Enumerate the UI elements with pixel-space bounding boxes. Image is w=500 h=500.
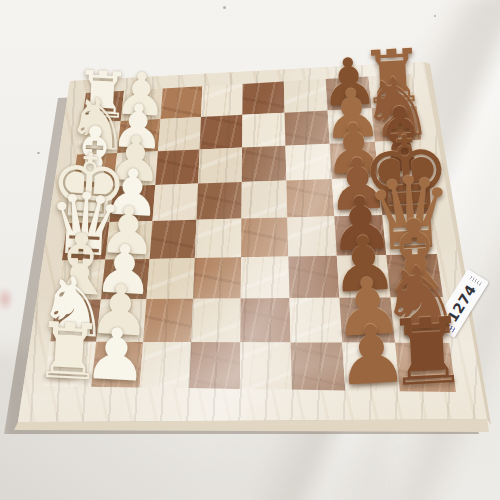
photo-scene: ♜♟♟♜♞♟♟♞♝♟♟♝♚♟♟♚♛♟♟♛♝♟♟♝♞♟♟♞♜♟♟♜ 1274 [0, 0, 500, 500]
pieces-layer: ♜♟♟♜♞♟♟♞♝♟♟♝♚♟♟♚♛♟♟♛♝♟♟♝♞♟♟♞♜♟♟♜ [0, 0, 500, 500]
piece-white-pawn-a2: ♟ [82, 318, 150, 393]
piece-brown-rook-a8: ♜ [384, 305, 470, 400]
